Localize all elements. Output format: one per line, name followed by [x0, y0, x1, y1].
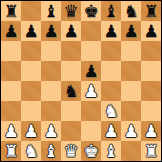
square-b5[interactable]: [21, 61, 41, 81]
square-a1[interactable]: ♜: [1, 141, 21, 161]
chess-board: ♜♝♛♚♝♞♜♟♟♟♟♟♟♟♟♞♟♞♟♟♟♟♟♟♜♞♝♛♚♝♜: [0, 0, 162, 162]
square-b4[interactable]: [21, 81, 41, 101]
square-a3[interactable]: [1, 101, 21, 121]
piece-white-bishop-f1[interactable]: ♝: [103, 141, 118, 161]
square-b6[interactable]: [21, 41, 41, 61]
square-g7[interactable]: ♟: [121, 21, 141, 41]
piece-white-bishop-c1[interactable]: ♝: [43, 141, 58, 161]
square-c1[interactable]: ♝: [41, 141, 61, 161]
square-a6[interactable]: [1, 41, 21, 61]
square-a4[interactable]: [1, 81, 21, 101]
piece-black-pawn-b7[interactable]: ♟: [23, 21, 38, 41]
square-b2[interactable]: ♟: [21, 121, 41, 141]
square-c2[interactable]: ♟: [41, 121, 61, 141]
square-h1[interactable]: ♜: [141, 141, 161, 161]
piece-black-rook-a8[interactable]: ♜: [3, 1, 18, 21]
square-e5[interactable]: ♟: [81, 61, 101, 81]
square-c6[interactable]: [41, 41, 61, 61]
piece-black-pawn-h7[interactable]: ♟: [143, 21, 158, 41]
square-g2[interactable]: ♟: [121, 121, 141, 141]
square-c3[interactable]: [41, 101, 61, 121]
square-d2[interactable]: [61, 121, 81, 141]
square-f1[interactable]: ♝: [101, 141, 121, 161]
square-e6[interactable]: [81, 41, 101, 61]
square-b7[interactable]: ♟: [21, 21, 41, 41]
square-a7[interactable]: ♟: [1, 21, 21, 41]
square-g4[interactable]: [121, 81, 141, 101]
square-a5[interactable]: [1, 61, 21, 81]
square-d6[interactable]: [61, 41, 81, 61]
piece-white-pawn-f2[interactable]: ♟: [103, 121, 118, 141]
square-h4[interactable]: [141, 81, 161, 101]
square-f3[interactable]: ♞: [101, 101, 121, 121]
piece-black-pawn-a7[interactable]: ♟: [3, 21, 18, 41]
square-c8[interactable]: ♝: [41, 1, 61, 21]
square-a8[interactable]: ♜: [1, 1, 21, 21]
square-d3[interactable]: [61, 101, 81, 121]
piece-black-bishop-f8[interactable]: ♝: [103, 1, 118, 21]
square-g8[interactable]: ♞: [121, 1, 141, 21]
square-e3[interactable]: [81, 101, 101, 121]
piece-white-rook-a1[interactable]: ♜: [3, 141, 18, 161]
square-e7[interactable]: [81, 21, 101, 41]
square-g6[interactable]: [121, 41, 141, 61]
piece-black-king-e8[interactable]: ♚: [83, 1, 98, 21]
piece-black-pawn-e5[interactable]: ♟: [83, 61, 98, 81]
square-d8[interactable]: ♛: [61, 1, 81, 21]
square-a2[interactable]: ♟: [1, 121, 21, 141]
piece-white-knight-f3[interactable]: ♞: [103, 101, 118, 121]
square-f8[interactable]: ♝: [101, 1, 121, 21]
piece-white-knight-b1[interactable]: ♞: [23, 141, 38, 161]
square-e8[interactable]: ♚: [81, 1, 101, 21]
piece-black-pawn-f7[interactable]: ♟: [103, 21, 118, 41]
piece-white-queen-d1[interactable]: ♛: [63, 141, 78, 161]
piece-black-rook-h8[interactable]: ♜: [143, 1, 158, 21]
square-h8[interactable]: ♜: [141, 1, 161, 21]
square-d5[interactable]: [61, 61, 81, 81]
square-d4[interactable]: ♞: [61, 81, 81, 101]
piece-black-pawn-g7[interactable]: ♟: [123, 21, 138, 41]
piece-black-pawn-c7[interactable]: ♟: [43, 21, 58, 41]
square-f5[interactable]: [101, 61, 121, 81]
square-b3[interactable]: [21, 101, 41, 121]
square-f6[interactable]: [101, 41, 121, 61]
piece-white-pawn-h2[interactable]: ♟: [143, 121, 158, 141]
square-e4[interactable]: ♟: [81, 81, 101, 101]
piece-white-pawn-g2[interactable]: ♟: [123, 121, 138, 141]
piece-black-pawn-d7[interactable]: ♟: [63, 21, 78, 41]
piece-white-pawn-c2[interactable]: ♟: [43, 121, 58, 141]
square-d1[interactable]: ♛: [61, 141, 81, 161]
square-c5[interactable]: [41, 61, 61, 81]
piece-white-pawn-a2[interactable]: ♟: [3, 121, 18, 141]
square-b8[interactable]: [21, 1, 41, 21]
square-h7[interactable]: ♟: [141, 21, 161, 41]
square-g5[interactable]: [121, 61, 141, 81]
piece-white-rook-h1[interactable]: ♜: [143, 141, 158, 161]
square-d7[interactable]: ♟: [61, 21, 81, 41]
piece-white-pawn-b2[interactable]: ♟: [23, 121, 38, 141]
piece-black-bishop-c8[interactable]: ♝: [43, 1, 58, 21]
square-g3[interactable]: [121, 101, 141, 121]
square-g1[interactable]: [121, 141, 141, 161]
square-h6[interactable]: [141, 41, 161, 61]
square-b1[interactable]: ♞: [21, 141, 41, 161]
square-c4[interactable]: [41, 81, 61, 101]
piece-black-queen-d8[interactable]: ♛: [63, 1, 78, 21]
piece-white-king-e1[interactable]: ♚: [83, 141, 98, 161]
piece-black-knight-d4[interactable]: ♞: [63, 81, 78, 101]
square-h2[interactable]: ♟: [141, 121, 161, 141]
square-h3[interactable]: [141, 101, 161, 121]
square-e2[interactable]: [81, 121, 101, 141]
square-f7[interactable]: ♟: [101, 21, 121, 41]
piece-black-knight-g8[interactable]: ♞: [123, 1, 138, 21]
square-f4[interactable]: [101, 81, 121, 101]
square-c7[interactable]: ♟: [41, 21, 61, 41]
piece-white-pawn-e4[interactable]: ♟: [83, 81, 98, 101]
square-e1[interactable]: ♚: [81, 141, 101, 161]
square-h5[interactable]: [141, 61, 161, 81]
square-f2[interactable]: ♟: [101, 121, 121, 141]
